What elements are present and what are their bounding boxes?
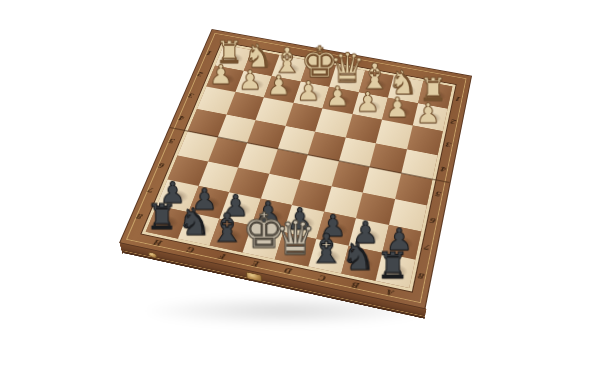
chess-board: ♜♞♝♚♛♝♞♜♟♟♟♟♟♟♟♟♟♟♟♟♟♟♟♟♜♞♝♚♛♝♞♜ 1234567…	[119, 29, 472, 309]
square-a2[interactable]: ♟	[412, 103, 447, 131]
square-d4[interactable]	[308, 131, 346, 161]
piece-white-pawn-d2[interactable]: ♟	[322, 83, 352, 110]
product-photo-stage: ♜♞♝♚♛♝♞♜♟♟♟♟♟♟♟♟♟♟♟♟♟♟♟♟♜♞♝♚♛♝♞♜ 1234567…	[0, 0, 600, 380]
piece-white-pawn-f2[interactable]: ♟	[264, 73, 294, 100]
piece-black-bishop-f8[interactable]: ♝	[209, 208, 243, 248]
scene: ♜♞♝♚♛♝♞♜♟♟♟♟♟♟♟♟♟♟♟♟♟♟♟♟♜♞♝♚♛♝♞♜ 1234567…	[0, 0, 600, 380]
brass-clasp-icon	[246, 272, 262, 282]
playing-area: ♜♞♝♚♛♝♞♜♟♟♟♟♟♟♟♟♟♟♟♟♟♟♟♟♜♞♝♚♛♝♞♜	[142, 42, 456, 291]
piece-white-pawn-e2[interactable]: ♟	[293, 78, 323, 105]
piece-white-pawn-a2[interactable]: ♟	[412, 100, 443, 127]
piece-black-knight-b8[interactable]: ♞	[341, 238, 376, 276]
board-grid: ♜♞♝♚♛♝♞♜♟♟♟♟♟♟♟♟♟♟♟♟♟♟♟♟♜♞♝♚♛♝♞♜	[146, 45, 453, 288]
square-a3[interactable]	[407, 125, 443, 154]
piece-black-queen-d8[interactable]: ♛	[274, 215, 308, 262]
brass-hinge-icon	[167, 127, 173, 145]
piece-white-pawn-h2[interactable]: ♟	[206, 62, 236, 89]
brass-pin-icon	[148, 252, 158, 259]
piece-black-king-e8[interactable]: ♚	[242, 206, 276, 255]
piece-black-bishop-c8[interactable]: ♝	[308, 229, 342, 269]
piece-white-pawn-b2[interactable]: ♟	[382, 95, 413, 122]
piece-white-pawn-c2[interactable]: ♟	[352, 89, 383, 116]
square-a8[interactable]: ♜	[375, 252, 415, 288]
piece-white-pawn-g2[interactable]: ♟	[235, 67, 265, 94]
piece-black-rook-h8[interactable]: ♜	[145, 199, 178, 234]
piece-black-rook-a8[interactable]: ♜	[375, 247, 410, 283]
piece-black-knight-g8[interactable]: ♞	[177, 204, 211, 241]
